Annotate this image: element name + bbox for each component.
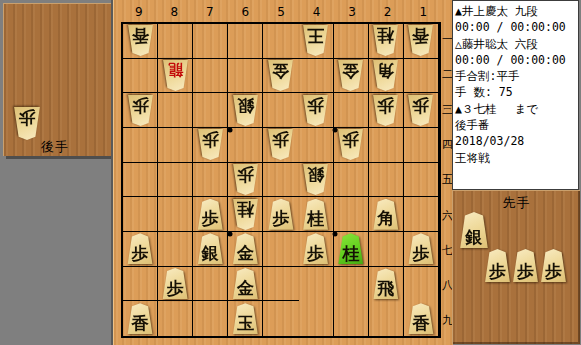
piece-kanji: 桂: [342, 243, 359, 264]
board-cell[interactable]: [263, 267, 298, 302]
board-cell[interactable]: [334, 93, 369, 128]
piece-face: 金: [267, 60, 294, 91]
board-cell[interactable]: [334, 163, 369, 198]
piece-face: 龍: [162, 60, 189, 91]
piece-kanji: 歩: [19, 107, 36, 128]
last-move-text: ▲３七桂 まで: [455, 101, 577, 117]
board-cell[interactable]: [228, 128, 263, 163]
board-cell[interactable]: 歩: [193, 128, 228, 163]
shogi-piece[interactable]: 歩: [13, 107, 41, 140]
file-label: 8: [157, 5, 193, 20]
piece-kanji: 歩: [307, 243, 324, 264]
board-cell[interactable]: [263, 301, 298, 336]
piece-face: 桂: [232, 199, 259, 230]
shogi-piece[interactable]: 歩: [407, 233, 434, 264]
board-cell[interactable]: 歩: [299, 232, 334, 267]
piece-face: 金: [232, 233, 259, 264]
board-cell[interactable]: [369, 232, 404, 267]
board-cell[interactable]: 銀: [193, 232, 228, 267]
piece-kanji: 銀: [307, 164, 324, 185]
piece-kanji: 歩: [132, 243, 149, 264]
piece-kanji: 金: [272, 60, 289, 81]
piece-kanji: 歩: [377, 95, 394, 116]
piece-face: 歩: [512, 249, 539, 282]
piece-face: 銀: [459, 212, 489, 248]
piece-kanji: 龍: [168, 60, 183, 79]
piece-face: 歩: [540, 249, 567, 282]
board-cell[interactable]: [123, 59, 158, 94]
handicap-info: 手合割:平手: [455, 68, 577, 84]
board-cell[interactable]: 飛: [369, 267, 404, 302]
board-cell[interactable]: 王: [299, 24, 334, 59]
board-cell[interactable]: 歩: [123, 93, 158, 128]
piece-face: 歩: [302, 233, 329, 264]
board-cell[interactable]: [158, 197, 193, 232]
piece-face: 王: [302, 25, 329, 56]
shogi-piece[interactable]: 歩: [267, 129, 294, 160]
board-cell[interactable]: 金: [228, 267, 263, 302]
board-cell[interactable]: [123, 267, 158, 302]
shogi-piece[interactable]: 銀: [197, 233, 224, 264]
shogi-piece[interactable]: 金: [232, 268, 259, 299]
gote-label: 後手: [41, 138, 69, 156]
piece-face: 歩: [484, 249, 511, 282]
shogi-piece[interactable]: 歩: [337, 129, 364, 160]
board-cell[interactable]: [334, 267, 369, 302]
board-cell[interactable]: 歩: [334, 128, 369, 163]
board-cell[interactable]: 玉: [228, 301, 263, 336]
shogi-piece[interactable]: 玉: [232, 303, 259, 334]
piece-kanji: 歩: [342, 129, 359, 150]
shogi-piece[interactable]: 歩: [540, 249, 567, 282]
piece-kanji: 歩: [517, 261, 534, 282]
board-cell[interactable]: [193, 59, 228, 94]
board-cell[interactable]: [228, 24, 263, 59]
board-cell[interactable]: [158, 301, 193, 336]
piece-kanji: 歩: [237, 164, 254, 185]
board-cell[interactable]: 金: [334, 59, 369, 94]
shogi-piece[interactable]: 香: [127, 25, 154, 56]
piece-face: 歩: [337, 129, 364, 160]
board-cell[interactable]: [263, 232, 298, 267]
piece-kanji: 香: [412, 25, 429, 46]
board-cell[interactable]: [334, 301, 369, 336]
sente-hand-tray: 先手 銀歩歩歩: [452, 190, 580, 344]
piece-face: 歩: [267, 199, 294, 230]
board-cell[interactable]: 金: [228, 232, 263, 267]
shogi-piece[interactable]: 金: [337, 60, 364, 91]
piece-face: 歩: [127, 233, 154, 264]
file-label: 6: [228, 5, 264, 20]
board-cell[interactable]: 銀: [299, 163, 334, 198]
board-cell[interactable]: [369, 128, 404, 163]
piece-kanji: 金: [342, 60, 359, 81]
piece-kanji: 角: [377, 60, 394, 81]
board-cell[interactable]: [158, 128, 193, 163]
piece-face: 香: [127, 303, 154, 334]
board-cell[interactable]: 歩: [123, 232, 158, 267]
gote-player-name: △藤井聡太 六段: [455, 36, 577, 52]
shogi-piece[interactable]: 角: [372, 60, 399, 91]
board-cell[interactable]: [158, 163, 193, 198]
board-cell[interactable]: 金: [263, 59, 298, 94]
board-cell[interactable]: 桂: [299, 197, 334, 232]
board-cell[interactable]: 桂: [369, 24, 404, 59]
sente-label: 先手: [453, 194, 580, 212]
piece-face: 飛: [372, 268, 399, 299]
shogi-piece[interactable]: 歩: [302, 233, 329, 264]
piece-kanji: 金: [237, 243, 254, 264]
piece-face: 桂: [302, 199, 329, 230]
side-to-move: 後手番: [455, 117, 577, 133]
piece-face: 歩: [372, 95, 399, 126]
board-cell[interactable]: [158, 24, 193, 59]
shogi-piece[interactable]: 桂: [372, 25, 399, 56]
piece-kanji: 歩: [412, 95, 429, 116]
board-cell[interactable]: 桂: [228, 197, 263, 232]
piece-kanji: 歩: [132, 95, 149, 116]
file-label: 3: [334, 5, 370, 20]
piece-face: 香: [407, 303, 434, 334]
piece-face: 歩: [302, 95, 329, 126]
piece-kanji: 香: [132, 313, 149, 334]
board-cell[interactable]: 歩: [369, 93, 404, 128]
piece-face: 銀: [232, 95, 259, 126]
board-cell[interactable]: 香: [404, 301, 439, 336]
shogi-piece[interactable]: 角: [372, 199, 399, 230]
piece-face: 銀: [302, 164, 329, 195]
shogi-piece[interactable]: 歩: [372, 95, 399, 126]
piece-kanji: 銀: [202, 243, 219, 264]
board-cell[interactable]: [369, 301, 404, 336]
shogi-piece[interactable]: 歩: [302, 95, 329, 126]
sente-clock: 00:00 / 00:00:00: [455, 19, 577, 35]
shogi-piece[interactable]: 桂: [232, 199, 259, 230]
piece-face: 香: [407, 25, 434, 56]
shogi-piece[interactable]: 銀: [232, 95, 259, 126]
piece-face: 金: [232, 268, 259, 299]
file-label: 2: [370, 5, 406, 20]
piece-kanji: 桂: [307, 208, 324, 229]
piece-face: 銀: [197, 233, 224, 264]
piece-face: 歩: [232, 164, 259, 195]
piece-face: 金: [337, 60, 364, 91]
piece-kanji: 歩: [545, 261, 562, 282]
piece-face: 角: [372, 199, 399, 230]
piece-face: 歩: [407, 95, 434, 126]
shogi-piece[interactable]: 桂: [302, 199, 329, 230]
board-cell[interactable]: 香: [123, 24, 158, 59]
piece-face: 歩: [162, 268, 189, 299]
piece-kanji: 銀: [237, 95, 254, 116]
piece-kanji: 歩: [202, 129, 219, 150]
board-cell[interactable]: 歩: [263, 197, 298, 232]
board-cell[interactable]: 銀: [228, 93, 263, 128]
tournament-name: 王将戦: [455, 150, 577, 166]
piece-kanji: 歩: [202, 208, 219, 229]
board-cell[interactable]: [123, 197, 158, 232]
piece-kanji: 角: [377, 208, 394, 229]
board-cell[interactable]: [404, 197, 439, 232]
shogi-app: 歩 後手 9 8 7 6 5 4 3 2 1 香王桂香龍金金角歩銀歩歩歩歩歩歩歩…: [0, 0, 581, 345]
piece-face: 歩: [197, 199, 224, 230]
board-cell[interactable]: 歩: [404, 93, 439, 128]
board-cell[interactable]: 歩: [404, 232, 439, 267]
board-cell[interactable]: [123, 128, 158, 163]
piece-kanji: 玉: [237, 313, 254, 334]
file-labels: 9 8 7 6 5 4 3 2 1: [121, 5, 441, 20]
gote-hand-tray: 歩 後手: [3, 3, 111, 156]
file-label: 7: [192, 5, 228, 20]
board-cell[interactable]: 歩: [299, 93, 334, 128]
board-cell[interactable]: 歩: [158, 267, 193, 302]
board-cell[interactable]: [299, 59, 334, 94]
shogi-piece[interactable]: 歩: [127, 233, 154, 264]
shogi-piece[interactable]: 龍: [162, 60, 189, 91]
board-cell[interactable]: 歩: [228, 163, 263, 198]
board-cell[interactable]: [369, 163, 404, 198]
move-count: 手 数: 75: [455, 84, 577, 100]
shogi-piece[interactable]: 歩: [197, 199, 224, 230]
board-cell[interactable]: [404, 267, 439, 302]
piece-face: 歩: [407, 233, 434, 264]
board-cell[interactable]: [404, 59, 439, 94]
shogi-piece[interactable]: 歩: [267, 199, 294, 230]
board-grid: 香王桂香龍金金角歩銀歩歩歩歩歩歩歩銀歩桂歩桂角歩銀金歩桂歩歩金飛香玉香: [121, 22, 441, 338]
board-cell[interactable]: [193, 267, 228, 302]
board-cell[interactable]: [123, 163, 158, 198]
piece-face: 歩: [127, 95, 154, 126]
board-cell[interactable]: [193, 301, 228, 336]
shogi-piece[interactable]: 歩: [484, 249, 511, 282]
board-cell[interactable]: [299, 128, 334, 163]
board-cell[interactable]: [299, 267, 334, 302]
board-cell[interactable]: [158, 93, 193, 128]
board-cell[interactable]: [263, 163, 298, 198]
board-cell[interactable]: 歩: [263, 128, 298, 163]
piece-face: 歩: [13, 107, 41, 140]
board-cell[interactable]: [334, 197, 369, 232]
board-cell[interactable]: [193, 93, 228, 128]
gote-clock: 00:00 / 00:00:00: [455, 52, 577, 68]
board-cell[interactable]: [404, 128, 439, 163]
shogi-piece[interactable]: 香: [407, 25, 434, 56]
board-cell[interactable]: 香: [404, 24, 439, 59]
shogi-piece[interactable]: 歩: [232, 164, 259, 195]
file-label: 9: [121, 5, 157, 20]
board-cell[interactable]: 香: [123, 301, 158, 336]
piece-kanji: 金: [237, 278, 254, 299]
board-cell[interactable]: 角: [369, 59, 404, 94]
shogi-piece[interactable]: 金: [232, 233, 259, 264]
sente-player-name: ▲井上慶太 九段: [455, 3, 577, 19]
game-date: 2018/03/28: [455, 133, 577, 149]
board-cell[interactable]: [334, 24, 369, 59]
piece-kanji: 飛: [377, 278, 394, 299]
piece-kanji: 歩: [167, 278, 184, 299]
shogi-piece[interactable]: 飛: [372, 268, 399, 299]
board-cell[interactable]: 桂: [334, 232, 369, 267]
shogi-piece[interactable]: 歩: [127, 95, 154, 126]
shogi-board: 9 8 7 6 5 4 3 2 1 香王桂香龍金金角歩銀歩歩歩歩歩歩歩銀歩桂歩桂…: [113, 0, 453, 345]
board-cell[interactable]: [228, 59, 263, 94]
board-cell[interactable]: [263, 93, 298, 128]
board-cell[interactable]: [158, 232, 193, 267]
shogi-piece[interactable]: 香: [127, 303, 154, 334]
shogi-piece[interactable]: 歩: [407, 95, 434, 126]
piece-kanji: 歩: [489, 261, 506, 282]
piece-kanji: 桂: [237, 199, 254, 220]
piece-kanji: 歩: [412, 243, 429, 264]
shogi-piece[interactable]: 歩: [162, 268, 189, 299]
board-cell[interactable]: 龍: [158, 59, 193, 94]
piece-kanji: 銀: [466, 227, 483, 248]
piece-kanji: 歩: [272, 129, 289, 150]
piece-face: 玉: [232, 303, 259, 334]
game-info-panel: ▲井上慶太 九段 00:00 / 00:00:00 △藤井聡太 六段 00:00…: [452, 0, 579, 190]
board-cell[interactable]: 角: [369, 197, 404, 232]
shogi-piece[interactable]: 王: [302, 25, 329, 56]
shogi-piece[interactable]: 銀: [302, 164, 329, 195]
board-cell[interactable]: 歩: [193, 197, 228, 232]
board-cell[interactable]: [299, 301, 334, 336]
file-label: 5: [263, 5, 299, 20]
piece-kanji: 歩: [272, 208, 289, 229]
piece-face: 角: [372, 60, 399, 91]
file-label: 1: [405, 5, 441, 20]
piece-face: 歩: [267, 129, 294, 160]
board-cell[interactable]: [404, 163, 439, 198]
piece-kanji: 桂: [377, 25, 394, 46]
shogi-piece[interactable]: 歩: [197, 129, 224, 160]
board-cell[interactable]: [263, 24, 298, 59]
last-move-piece: 桂: [337, 233, 364, 264]
shogi-piece[interactable]: 桂: [337, 233, 364, 264]
piece-face: 香: [127, 25, 154, 56]
piece-face: 歩: [197, 129, 224, 160]
piece-kanji: 香: [412, 313, 429, 334]
piece-face: 桂: [372, 25, 399, 56]
shogi-piece[interactable]: 香: [407, 303, 434, 334]
piece-kanji: 香: [132, 25, 149, 46]
shogi-piece[interactable]: 銀: [459, 212, 489, 248]
shogi-piece[interactable]: 金: [267, 60, 294, 91]
file-label: 4: [299, 5, 335, 20]
board-cell[interactable]: [193, 163, 228, 198]
shogi-piece[interactable]: 歩: [512, 249, 539, 282]
piece-kanji: 歩: [307, 95, 324, 116]
board-cell[interactable]: [193, 24, 228, 59]
piece-kanji: 王: [307, 25, 324, 46]
